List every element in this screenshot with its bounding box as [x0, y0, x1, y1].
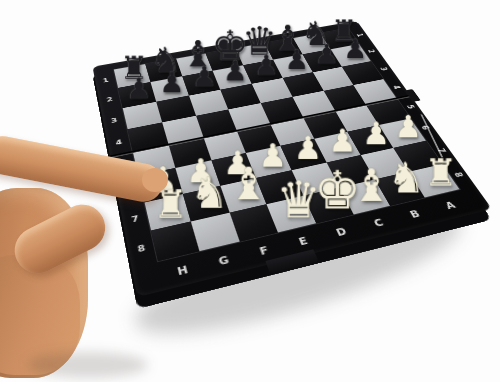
piece-black-pawn-b2[interactable]: ♟	[311, 41, 342, 68]
piece-white-pawn-c6[interactable]: ♟	[324, 125, 360, 156]
piece-black-pawn-h2[interactable]: ♟	[122, 74, 155, 103]
piece-black-pawn-g2[interactable]: ♟	[155, 68, 188, 96]
piece-black-pawn-d2[interactable]: ♟	[250, 51, 282, 79]
hand-cast-shadow	[28, 352, 148, 378]
square-e8[interactable]: ♛	[267, 196, 317, 233]
board-frame: ♜♞♝♚♛♝♞♜♟♟♟♟♟♟♟♟♟♟♟♟♟♟♟♟♜♞♝♛♚♝♞♜ 1234567…	[92, 21, 492, 297]
hand-palm	[0, 188, 88, 378]
piece-black-pawn-f2[interactable]: ♟	[188, 63, 221, 91]
piece-white-pawn-a6[interactable]: ♟	[391, 111, 426, 142]
piece-white-bishop-f7[interactable]: ♝	[228, 161, 267, 206]
folding-magnetic-chess-board: ♜♞♝♚♛♝♞♜♟♟♟♟♟♟♟♟♟♟♟♟♟♟♟♟♜♞♝♛♚♝♞♜ 1234567…	[92, 21, 492, 297]
piece-black-pawn-e2[interactable]: ♟	[219, 57, 251, 85]
piece-white-knight-g7[interactable]: ♞	[189, 171, 228, 214]
piece-black-pawn-c2[interactable]: ♟	[281, 46, 313, 73]
ranks-left-8: 8	[125, 230, 158, 267]
piece-white-knight-b8[interactable]: ♞	[387, 157, 426, 199]
hand-thumb	[7, 197, 113, 282]
piece-white-queen-e8[interactable]: ♛	[276, 175, 316, 226]
square-h3[interactable]	[123, 102, 162, 129]
piece-white-rook-h7[interactable]: ♜	[150, 184, 190, 223]
hand-base	[0, 255, 80, 375]
product-photo-scene: ♜♞♝♚♛♝♞♜♟♟♟♟♟♟♟♟♟♟♟♟♟♟♟♟♜♞♝♛♚♝♞♜ 1234567…	[0, 0, 500, 382]
piece-white-rook-a8[interactable]: ♜	[422, 154, 460, 191]
piece-white-pawn-b6[interactable]: ♟	[358, 118, 394, 149]
board-3d-wrapper: ♜♞♝♚♛♝♞♜♟♟♟♟♟♟♟♟♟♟♟♟♟♟♟♟♜♞♝♛♚♝♞♜ 1234567…	[100, 0, 440, 300]
